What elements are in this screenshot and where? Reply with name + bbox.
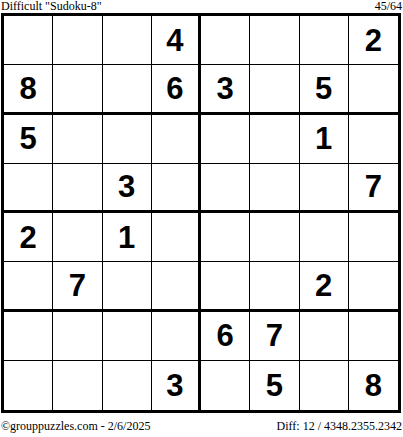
cell-r6c3[interactable] <box>103 262 152 311</box>
cell-r7c7[interactable] <box>300 312 349 361</box>
cell-r7c8[interactable] <box>349 312 398 361</box>
cell-r8c2[interactable] <box>53 361 102 410</box>
given-digit: 5 <box>20 123 37 154</box>
cell-r5c3: 1 <box>103 213 152 262</box>
copyright-text: ©grouppuzzles.com - 2/6/2025 <box>1 419 150 433</box>
cell-r1c3[interactable] <box>103 16 152 65</box>
cell-r4c6[interactable] <box>250 164 299 213</box>
cell-r2c3[interactable] <box>103 65 152 114</box>
cell-r1c2[interactable] <box>53 16 102 65</box>
cell-r7c1[interactable] <box>4 312 53 361</box>
cell-r2c8[interactable] <box>349 65 398 114</box>
cell-r4c1[interactable] <box>4 164 53 213</box>
given-digit: 1 <box>118 222 135 253</box>
cell-r7c6: 7 <box>250 312 299 361</box>
cell-r2c1: 8 <box>4 65 53 114</box>
given-digit: 3 <box>118 171 135 202</box>
cell-r1c8: 2 <box>349 16 398 65</box>
cell-r6c1[interactable] <box>4 262 53 311</box>
cell-r4c7[interactable] <box>300 164 349 213</box>
cell-r8c1[interactable] <box>4 361 53 410</box>
given-digit: 3 <box>166 370 183 401</box>
cell-r7c3[interactable] <box>103 312 152 361</box>
given-digit: 2 <box>20 222 37 253</box>
cell-r7c4[interactable] <box>152 312 201 361</box>
cell-r8c8: 8 <box>349 361 398 410</box>
given-digit: 4 <box>166 25 183 56</box>
cell-r8c7[interactable] <box>300 361 349 410</box>
cell-r6c8[interactable] <box>349 262 398 311</box>
given-digit: 8 <box>365 370 382 401</box>
given-digit: 2 <box>365 25 382 56</box>
cell-r6c6[interactable] <box>250 262 299 311</box>
cell-r7c5: 6 <box>201 312 250 361</box>
given-digit: 5 <box>266 370 283 401</box>
cell-r6c4[interactable] <box>152 262 201 311</box>
cell-r5c8[interactable] <box>349 213 398 262</box>
cell-r8c5[interactable] <box>201 361 250 410</box>
cell-r5c7[interactable] <box>300 213 349 262</box>
cell-r5c6[interactable] <box>250 213 299 262</box>
cell-r1c5[interactable] <box>201 16 250 65</box>
cell-r4c8: 7 <box>349 164 398 213</box>
cell-r5c2[interactable] <box>53 213 102 262</box>
cell-r2c2[interactable] <box>53 65 102 114</box>
cell-r4c5[interactable] <box>201 164 250 213</box>
cell-r5c5[interactable] <box>201 213 250 262</box>
cell-r6c5[interactable] <box>201 262 250 311</box>
sudoku-page: Difficult "Sudoku-8" 45/64 4286355137217… <box>0 0 403 437</box>
cell-r3c7: 1 <box>300 115 349 164</box>
sudoku-grid: 4286355137217267358 <box>1 13 401 413</box>
cell-r3c4[interactable] <box>152 115 201 164</box>
given-digit: 6 <box>217 320 234 351</box>
cell-r3c2[interactable] <box>53 115 102 164</box>
cell-r8c6: 5 <box>250 361 299 410</box>
cell-r2c7: 5 <box>300 65 349 114</box>
cell-r8c3[interactable] <box>103 361 152 410</box>
cell-r3c8[interactable] <box>349 115 398 164</box>
given-digit: 1 <box>315 123 332 154</box>
cell-r1c6[interactable] <box>250 16 299 65</box>
cell-r6c7: 2 <box>300 262 349 311</box>
cell-r1c1[interactable] <box>4 16 53 65</box>
cell-r4c4[interactable] <box>152 164 201 213</box>
cell-r2c5: 3 <box>201 65 250 114</box>
given-digit: 7 <box>266 320 283 351</box>
given-digit: 7 <box>69 270 86 301</box>
cell-r4c3: 3 <box>103 164 152 213</box>
cell-r5c1: 2 <box>4 213 53 262</box>
given-digit: 8 <box>20 73 37 104</box>
cell-r3c6[interactable] <box>250 115 299 164</box>
cell-r8c4: 3 <box>152 361 201 410</box>
cell-r3c5[interactable] <box>201 115 250 164</box>
difficulty-text: Diff: 12 / 4348.2355.2342 <box>277 419 402 433</box>
cell-r4c2[interactable] <box>53 164 102 213</box>
cell-r1c4: 4 <box>152 16 201 65</box>
cell-r2c4: 6 <box>152 65 201 114</box>
cell-r6c2: 7 <box>53 262 102 311</box>
given-digit: 2 <box>315 270 332 301</box>
cell-r3c3[interactable] <box>103 115 152 164</box>
page-title: Difficult "Sudoku-8" <box>1 0 102 12</box>
cell-r3c1: 5 <box>4 115 53 164</box>
cell-r5c4[interactable] <box>152 213 201 262</box>
cell-r7c2[interactable] <box>53 312 102 361</box>
given-digit: 6 <box>166 73 183 104</box>
given-digit: 3 <box>217 73 234 104</box>
cell-r2c6[interactable] <box>250 65 299 114</box>
puzzle-counter: 45/64 <box>375 0 402 12</box>
given-digit: 5 <box>315 73 332 104</box>
cell-r1c7[interactable] <box>300 16 349 65</box>
given-digit: 7 <box>365 171 382 202</box>
